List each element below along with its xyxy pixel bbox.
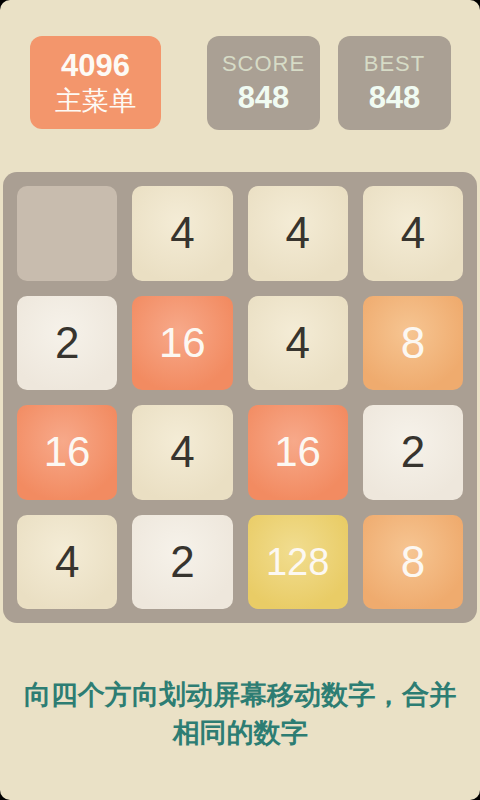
tile-2: 2 [17, 296, 117, 391]
tile-16: 16 [132, 296, 232, 391]
board-grid[interactable]: 44421648164162421288 [3, 172, 477, 623]
tile-4: 4 [17, 515, 117, 610]
tile-4: 4 [363, 186, 463, 281]
score-label: SCORE [222, 51, 305, 77]
best-label: BEST [364, 51, 425, 77]
best-value: 848 [369, 80, 421, 116]
app-screen: 4096 主菜单 SCORE 848 BEST 848 444216481641… [0, 0, 480, 800]
main-menu-label: 主菜单 [55, 85, 136, 117]
tile-4: 4 [248, 296, 348, 391]
score-value: 848 [238, 80, 290, 116]
tile-8: 8 [363, 296, 463, 391]
empty-cell [17, 186, 117, 281]
main-menu-button[interactable]: 4096 主菜单 [30, 36, 161, 129]
tile-4: 4 [132, 405, 232, 500]
tile-2: 2 [132, 515, 232, 610]
tile-16: 16 [248, 405, 348, 500]
instructions-line1: 向四个方向划动屏幕移动数字，合并 [0, 676, 480, 714]
game-title: 4096 [61, 49, 130, 83]
tile-16: 16 [17, 405, 117, 500]
tile-4: 4 [132, 186, 232, 281]
best-box: BEST 848 [338, 36, 451, 130]
tile-2: 2 [363, 405, 463, 500]
tile-128: 128 [248, 515, 348, 610]
instructions-line2: 相同的数字 [0, 714, 480, 752]
tile-8: 8 [363, 515, 463, 610]
instructions-text: 向四个方向划动屏幕移动数字，合并 相同的数字 [0, 676, 480, 752]
tile-4: 4 [248, 186, 348, 281]
score-box: SCORE 848 [207, 36, 320, 130]
